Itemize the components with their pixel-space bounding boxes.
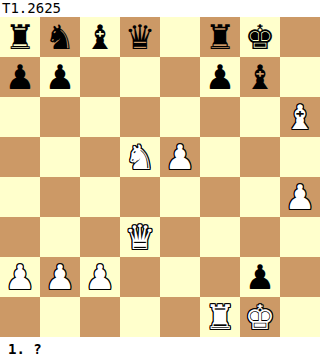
square-b8[interactable]: ♞ [40,17,80,57]
square-e2[interactable] [160,257,200,297]
piece-black-queen: ♛ [125,17,155,57]
square-f2[interactable] [200,257,240,297]
square-c4[interactable] [80,177,120,217]
square-h1[interactable] [280,297,320,337]
square-h2[interactable] [280,257,320,297]
square-a8[interactable]: ♜ [0,17,40,57]
piece-black-pawn: ♟ [245,257,275,297]
move-prompt: 1. ? [0,337,320,360]
square-h4[interactable]: ♟ [280,177,320,217]
piece-black-bishop: ♝ [85,17,115,57]
square-f4[interactable] [200,177,240,217]
square-g1[interactable]: ♚ [240,297,280,337]
piece-black-pawn: ♟ [205,57,235,97]
square-c8[interactable]: ♝ [80,17,120,57]
square-f3[interactable] [200,217,240,257]
square-e5[interactable]: ♟ [160,137,200,177]
square-f5[interactable] [200,137,240,177]
piece-black-rook: ♜ [5,17,35,57]
square-h7[interactable] [280,57,320,97]
square-d3[interactable]: ♛ [120,217,160,257]
square-g6[interactable] [240,97,280,137]
square-h5[interactable] [280,137,320,177]
square-b3[interactable] [40,217,80,257]
square-h3[interactable] [280,217,320,257]
square-g7[interactable]: ♝ [240,57,280,97]
piece-black-king: ♚ [245,17,275,57]
piece-black-pawn: ♟ [5,57,35,97]
square-e1[interactable] [160,297,200,337]
square-a1[interactable] [0,297,40,337]
square-h6[interactable]: ♝ [280,97,320,137]
square-e6[interactable] [160,97,200,137]
square-b2[interactable]: ♟ [40,257,80,297]
square-d1[interactable] [120,297,160,337]
square-g4[interactable] [240,177,280,217]
square-c5[interactable] [80,137,120,177]
piece-white-pawn: ♟ [5,257,35,297]
square-g5[interactable] [240,137,280,177]
square-a5[interactable] [0,137,40,177]
square-g2[interactable]: ♟ [240,257,280,297]
chess-board: ♜♞♝♛♜♚♟♟♟♝♝♞♟♟♛♟♟♟♟♜♚ [0,17,320,337]
square-a6[interactable] [0,97,40,137]
square-a2[interactable]: ♟ [0,257,40,297]
square-c1[interactable] [80,297,120,337]
square-a4[interactable] [0,177,40,217]
piece-white-pawn: ♟ [85,257,115,297]
square-e7[interactable] [160,57,200,97]
piece-black-bishop: ♝ [245,57,275,97]
square-f1[interactable]: ♜ [200,297,240,337]
piece-white-pawn: ♟ [285,177,315,217]
piece-white-rook: ♜ [205,297,235,337]
chess-puzzle-app: T1.2625 ♜♞♝♛♜♚♟♟♟♝♝♞♟♟♛♟♟♟♟♜♚ 1. ? [0,0,320,360]
square-f8[interactable]: ♜ [200,17,240,57]
square-c6[interactable] [80,97,120,137]
square-e3[interactable] [160,217,200,257]
square-g8[interactable]: ♚ [240,17,280,57]
square-c2[interactable]: ♟ [80,257,120,297]
piece-white-bishop: ♝ [285,97,315,137]
piece-white-king: ♚ [245,297,275,337]
square-a7[interactable]: ♟ [0,57,40,97]
square-b6[interactable] [40,97,80,137]
square-d4[interactable] [120,177,160,217]
square-c3[interactable] [80,217,120,257]
square-b1[interactable] [40,297,80,337]
square-f6[interactable] [200,97,240,137]
square-h8[interactable] [280,17,320,57]
puzzle-title: T1.2625 [0,0,320,17]
square-b5[interactable] [40,137,80,177]
piece-white-knight: ♞ [125,137,155,177]
square-e8[interactable] [160,17,200,57]
piece-black-knight: ♞ [45,17,75,57]
square-d7[interactable] [120,57,160,97]
piece-white-pawn: ♟ [165,137,195,177]
square-f7[interactable]: ♟ [200,57,240,97]
piece-white-queen: ♛ [125,217,155,257]
square-e4[interactable] [160,177,200,217]
square-g3[interactable] [240,217,280,257]
square-a3[interactable] [0,217,40,257]
square-d5[interactable]: ♞ [120,137,160,177]
piece-black-pawn: ♟ [45,57,75,97]
square-d2[interactable] [120,257,160,297]
piece-black-rook: ♜ [205,17,235,57]
square-d8[interactable]: ♛ [120,17,160,57]
piece-white-pawn: ♟ [45,257,75,297]
square-b4[interactable] [40,177,80,217]
square-c7[interactable] [80,57,120,97]
square-d6[interactable] [120,97,160,137]
square-b7[interactable]: ♟ [40,57,80,97]
